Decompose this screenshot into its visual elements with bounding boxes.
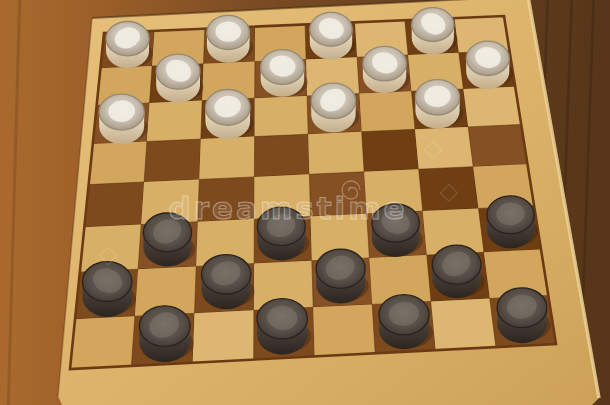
square-g1 [431,299,496,351]
black-piece-e2 [316,249,369,303]
white-piece-c8 [207,15,253,63]
white-piece-e6 [311,83,359,132]
black-piece-h3 [487,196,538,248]
white-piece-a6 [99,94,148,144]
black-piece-g2 [432,245,485,298]
square-h5 [468,125,527,167]
white-piece-g8 [412,8,458,55]
square-c1 [193,310,254,362]
white-piece-d7 [261,50,308,97]
board-photo: dreamstime [0,0,610,405]
white-piece-a8 [106,22,153,69]
square-g4 [419,167,479,211]
square-b6 [147,101,202,142]
black-piece-c2 [202,255,255,310]
black-piece-a2 [82,262,135,317]
square-e5 [308,132,364,175]
black-piece-f1 [379,295,433,350]
square-b5 [144,139,201,182]
white-piece-g6 [415,80,463,129]
square-f5 [362,129,419,172]
square-d5 [254,134,309,177]
square-f6 [359,91,415,131]
stock-photo-checkers-board: dreamstime [0,0,610,405]
white-piece-h7 [466,41,513,89]
square-c5 [199,137,254,180]
square-d6 [255,96,309,137]
black-piece-b1 [139,306,194,362]
square-e1 [313,304,375,356]
watermark-text: dreamstime [169,190,408,226]
square-g5 [415,127,473,169]
white-piece-e8 [310,12,356,59]
black-piece-d1 [257,299,311,355]
square-h6 [463,87,521,127]
square-a5 [89,142,147,185]
square-a4 [84,182,144,227]
white-piece-f7 [363,46,410,93]
square-a1 [70,316,135,369]
white-piece-c6 [205,90,253,140]
white-piece-b7 [156,54,203,103]
black-piece-h1 [497,288,551,343]
